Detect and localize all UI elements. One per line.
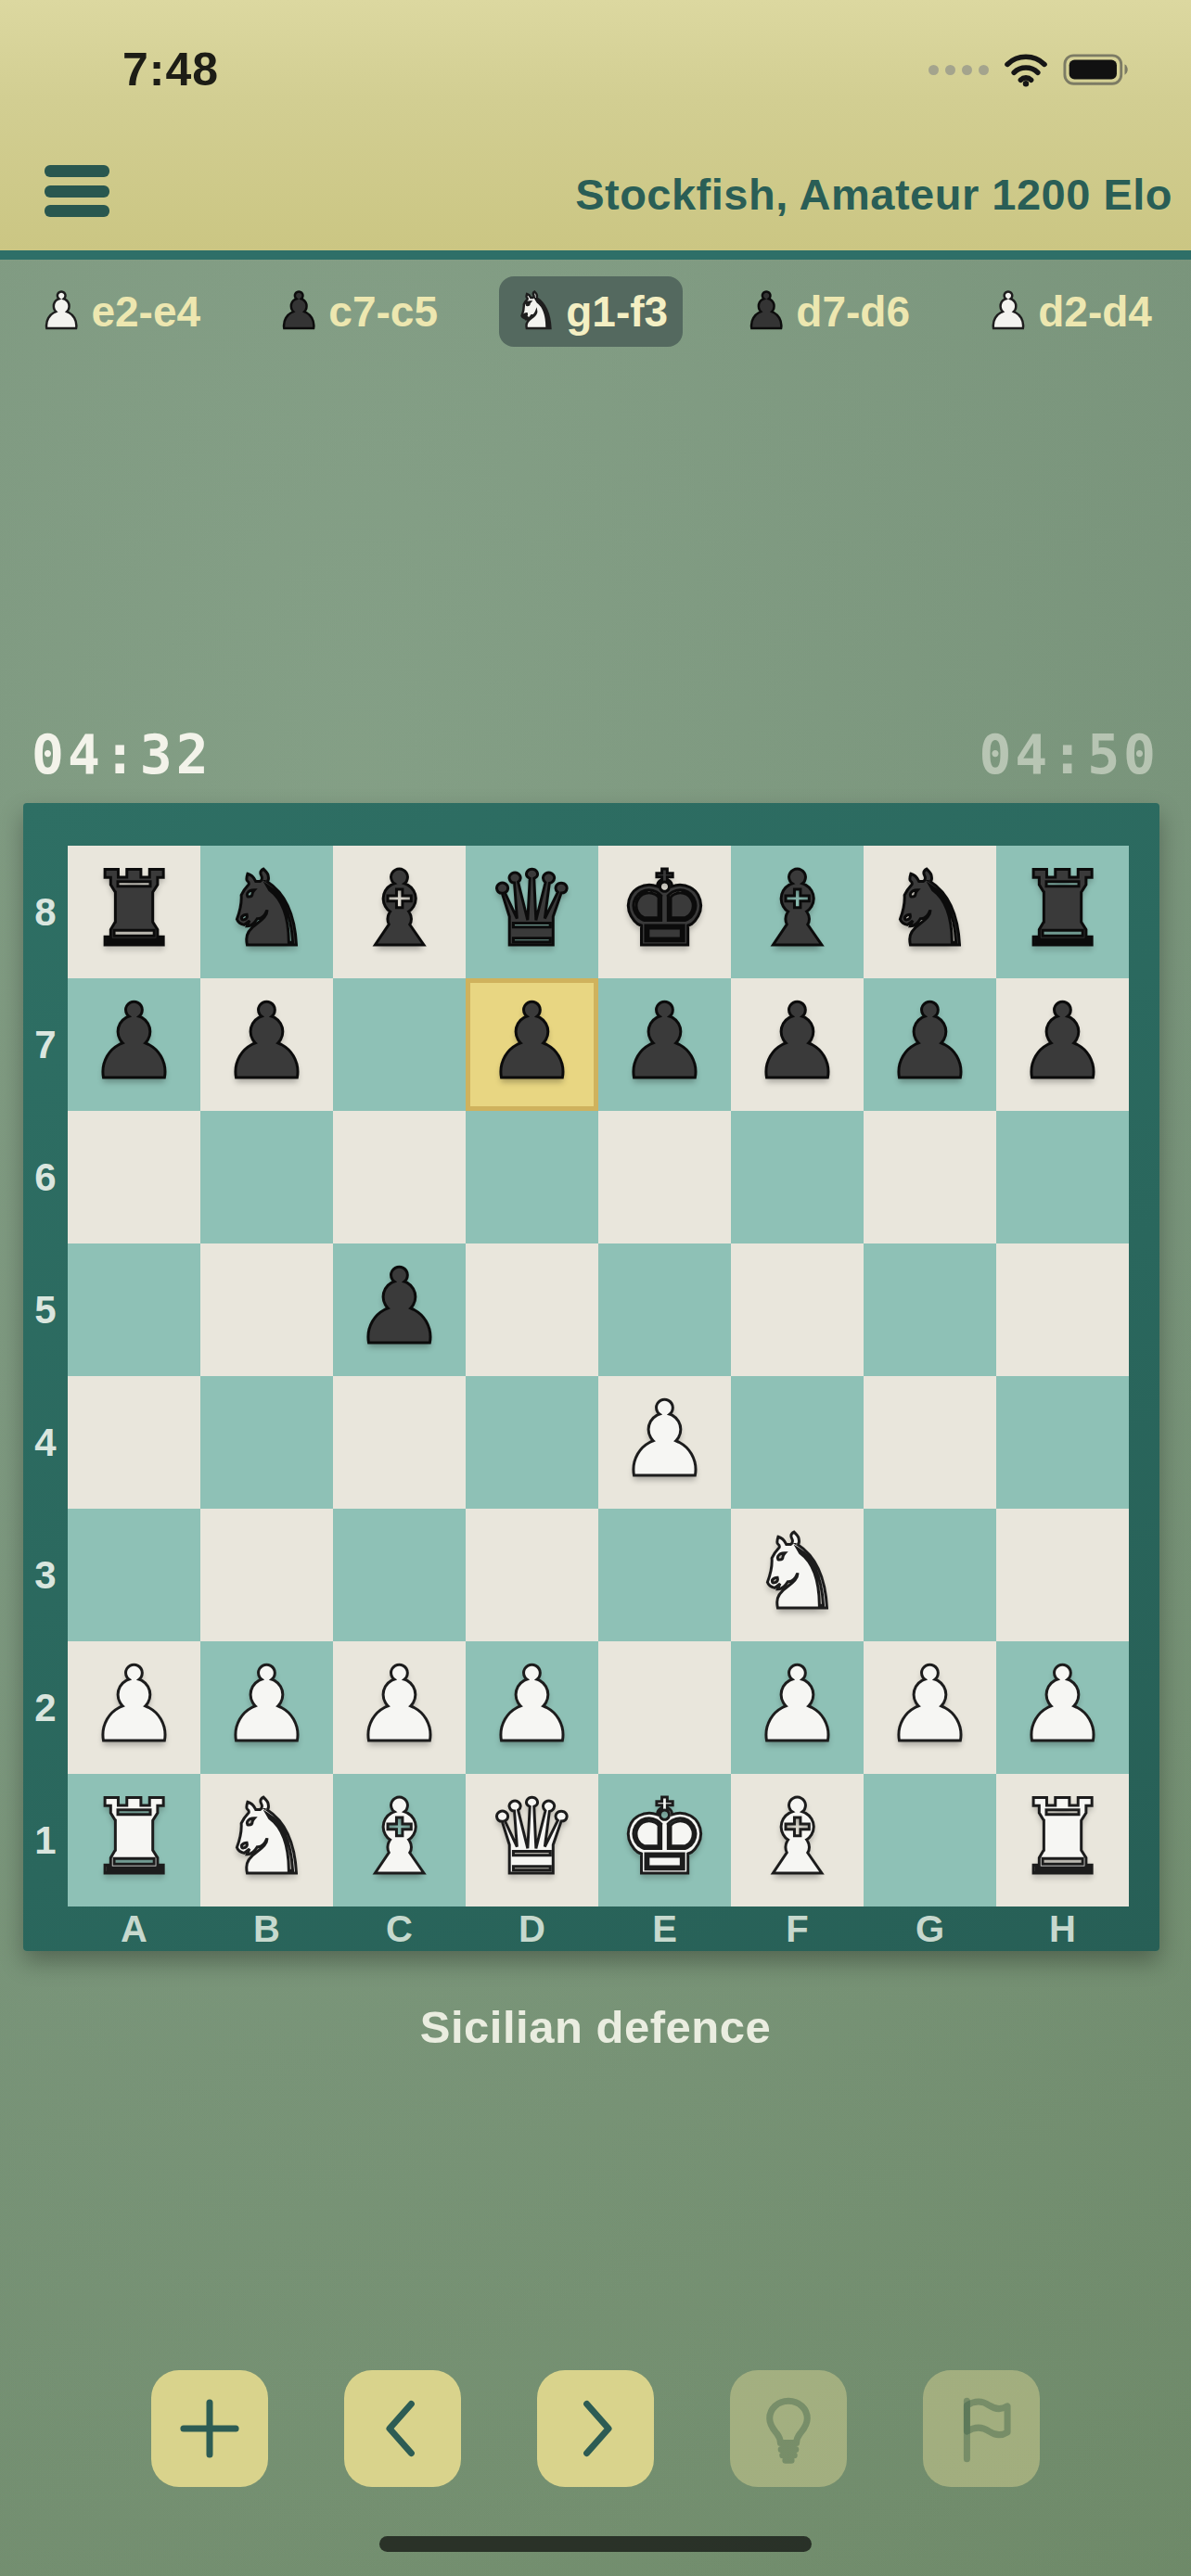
- battery-icon: [1063, 52, 1133, 87]
- move-item-d7-d6[interactable]: ♟d7-d6: [729, 276, 925, 347]
- square-f2[interactable]: ♟: [731, 1641, 864, 1774]
- rank-label-6: 6: [23, 1111, 68, 1243]
- square-e5[interactable]: [598, 1243, 731, 1376]
- player-clock-left: 04:32: [32, 723, 212, 786]
- square-e1[interactable]: ♚: [598, 1774, 731, 1906]
- move-item-e2-e4[interactable]: ♟e2-e4: [24, 276, 215, 347]
- black-pawn-b7: ♟: [220, 989, 313, 1093]
- black-pawn-d7: ♟: [485, 989, 578, 1093]
- square-d5[interactable]: [466, 1243, 598, 1376]
- header: Stockfish, Amateur 1200 Elo: [0, 148, 1191, 234]
- plus-icon: [173, 2392, 246, 2465]
- resign-flag-button[interactable]: [923, 2370, 1040, 2487]
- black-knight-g8: ♞: [883, 857, 976, 961]
- rank-label-2: 2: [23, 1641, 68, 1774]
- white-bishop-c1: ♝: [352, 1785, 445, 1889]
- square-g3[interactable]: [864, 1509, 996, 1641]
- white-pawn-e4: ♟: [618, 1387, 711, 1491]
- move-item-g1-f3[interactable]: ♞g1-f3: [499, 276, 683, 347]
- move-label: g1-f3: [566, 287, 668, 337]
- rank-label-1: 1: [23, 1774, 68, 1906]
- file-label-B: B: [200, 1906, 333, 1951]
- square-e6[interactable]: [598, 1111, 731, 1243]
- square-b2[interactable]: ♟: [200, 1641, 333, 1774]
- square-f8[interactable]: ♝: [731, 846, 864, 978]
- hint-button[interactable]: [730, 2370, 847, 2487]
- square-b7[interactable]: ♟: [200, 978, 333, 1111]
- file-label-A: A: [68, 1906, 200, 1951]
- move-label: c7-c5: [328, 287, 438, 337]
- square-d6[interactable]: [466, 1111, 598, 1243]
- opening-name: Sicilian defence: [0, 2001, 1191, 2053]
- white-pawn-icon: ♟: [986, 284, 1031, 339]
- lightbulb-icon: [752, 2392, 825, 2465]
- chess-board: 87654321 ♜♞♝♛♚♝♞♜♟♟♟♟♟♟♟♟♟♞♟♟♟♟♟♟♟♜♞♝♛♚♝…: [23, 803, 1159, 1951]
- white-bishop-f1: ♝: [750, 1785, 843, 1889]
- chevron-left-icon: [366, 2392, 439, 2465]
- black-pawn-icon: ♟: [276, 284, 321, 339]
- rank-label-5: 5: [23, 1243, 68, 1376]
- square-a8[interactable]: ♜: [68, 846, 200, 978]
- square-g4[interactable]: [864, 1376, 996, 1509]
- black-bishop-c8: ♝: [352, 857, 445, 961]
- square-a2[interactable]: ♟: [68, 1641, 200, 1774]
- file-label-E: E: [598, 1906, 731, 1951]
- white-knight-f3: ♞: [750, 1520, 843, 1624]
- square-e4[interactable]: ♟: [598, 1376, 731, 1509]
- square-d1[interactable]: ♛: [466, 1774, 598, 1906]
- file-label-F: F: [731, 1906, 864, 1951]
- board-grid: ♜♞♝♛♚♝♞♜♟♟♟♟♟♟♟♟♟♞♟♟♟♟♟♟♟♜♞♝♛♚♝♜: [68, 846, 1129, 1906]
- menu-hamburger-button[interactable]: [45, 165, 109, 217]
- rank-labels: 87654321: [23, 846, 68, 1906]
- black-rook-h8: ♜: [1016, 857, 1108, 961]
- top-bar: 7:48 Stockfish, Amateur 1200 Elo: [0, 0, 1191, 250]
- move-label: d2-d4: [1038, 287, 1152, 337]
- black-king-e8: ♚: [618, 857, 711, 961]
- move-list: ♟e2-e4♟c7-c5♞g1-f3♟d7-d6♟d2-d4: [0, 263, 1191, 360]
- square-a1[interactable]: ♜: [68, 1774, 200, 1906]
- forward-button[interactable]: [537, 2370, 654, 2487]
- square-h7[interactable]: ♟: [996, 978, 1129, 1111]
- black-pawn-a7: ♟: [87, 989, 180, 1093]
- square-c1[interactable]: ♝: [333, 1774, 466, 1906]
- white-pawn-icon: ♟: [39, 284, 83, 339]
- square-b8[interactable]: ♞: [200, 846, 333, 978]
- square-d7[interactable]: ♟: [466, 978, 598, 1111]
- white-pawn-h2: ♟: [1016, 1652, 1108, 1756]
- black-pawn-icon: ♟: [744, 284, 788, 339]
- square-c4[interactable]: [333, 1376, 466, 1509]
- file-label-G: G: [864, 1906, 996, 1951]
- square-a4[interactable]: [68, 1376, 200, 1509]
- move-item-c7-c5[interactable]: ♟c7-c5: [262, 276, 453, 347]
- home-indicator[interactable]: [379, 2536, 812, 2552]
- square-c7[interactable]: [333, 978, 466, 1111]
- square-h8[interactable]: ♜: [996, 846, 1129, 978]
- status-icons: [928, 52, 1133, 87]
- square-g8[interactable]: ♞: [864, 846, 996, 978]
- move-label: e2-e4: [91, 287, 200, 337]
- square-b5[interactable]: [200, 1243, 333, 1376]
- white-pawn-d2: ♟: [485, 1652, 578, 1756]
- square-b3[interactable]: [200, 1509, 333, 1641]
- square-h3[interactable]: [996, 1509, 1129, 1641]
- square-c8[interactable]: ♝: [333, 846, 466, 978]
- square-d3[interactable]: [466, 1509, 598, 1641]
- rank-label-3: 3: [23, 1509, 68, 1641]
- white-pawn-a2: ♟: [87, 1652, 180, 1756]
- white-knight-b1: ♞: [220, 1785, 313, 1889]
- black-pawn-h7: ♟: [1016, 989, 1108, 1093]
- square-f4[interactable]: [731, 1376, 864, 1509]
- cellular-signal-icon: [928, 65, 989, 75]
- square-f7[interactable]: ♟: [731, 978, 864, 1111]
- wifi-icon: [1004, 52, 1048, 87]
- rank-label-4: 4: [23, 1376, 68, 1509]
- white-knight-icon: ♞: [514, 284, 558, 339]
- file-label-H: H: [996, 1906, 1129, 1951]
- black-rook-a8: ♜: [87, 857, 180, 961]
- square-b1[interactable]: ♞: [200, 1774, 333, 1906]
- square-g2[interactable]: ♟: [864, 1641, 996, 1774]
- black-knight-b8: ♞: [220, 857, 313, 961]
- white-rook-a1: ♜: [87, 1785, 180, 1889]
- square-d8[interactable]: ♛: [466, 846, 598, 978]
- square-f1[interactable]: ♝: [731, 1774, 864, 1906]
- square-g7[interactable]: ♟: [864, 978, 996, 1111]
- square-a6[interactable]: [68, 1111, 200, 1243]
- black-queen-d8: ♛: [485, 857, 578, 961]
- white-rook-h1: ♜: [1016, 1785, 1108, 1889]
- square-e2[interactable]: [598, 1641, 731, 1774]
- rank-label-8: 8: [23, 846, 68, 978]
- white-pawn-c2: ♟: [352, 1652, 445, 1756]
- square-b4[interactable]: [200, 1376, 333, 1509]
- black-pawn-f7: ♟: [750, 989, 843, 1093]
- black-pawn-e7: ♟: [618, 989, 711, 1093]
- square-b6[interactable]: [200, 1111, 333, 1243]
- square-d4[interactable]: [466, 1376, 598, 1509]
- file-labels: ABCDEFGH: [68, 1906, 1129, 1951]
- square-g6[interactable]: [864, 1111, 996, 1243]
- square-g1[interactable]: [864, 1774, 996, 1906]
- square-h6[interactable]: [996, 1111, 1129, 1243]
- status-time: 7:48: [122, 43, 219, 96]
- square-c3[interactable]: [333, 1509, 466, 1641]
- move-label: d7-d6: [796, 287, 910, 337]
- black-pawn-g7: ♟: [883, 989, 976, 1093]
- square-g5[interactable]: [864, 1243, 996, 1376]
- flag-icon: [945, 2392, 1018, 2465]
- square-c2[interactable]: ♟: [333, 1641, 466, 1774]
- white-queen-d1: ♛: [485, 1785, 578, 1889]
- square-h5[interactable]: [996, 1243, 1129, 1376]
- plus-button[interactable]: [151, 2370, 268, 2487]
- square-h4[interactable]: [996, 1376, 1129, 1509]
- square-c5[interactable]: ♟: [333, 1243, 466, 1376]
- square-e3[interactable]: [598, 1509, 731, 1641]
- square-f5[interactable]: [731, 1243, 864, 1376]
- square-a5[interactable]: [68, 1243, 200, 1376]
- back-button[interactable]: [344, 2370, 461, 2487]
- file-label-D: D: [466, 1906, 598, 1951]
- move-item-d2-d4[interactable]: ♟d2-d4: [971, 276, 1167, 347]
- square-h1[interactable]: ♜: [996, 1774, 1129, 1906]
- white-pawn-b2: ♟: [220, 1652, 313, 1756]
- clocks: 04:32 04:50: [32, 723, 1159, 786]
- square-f3[interactable]: ♞: [731, 1509, 864, 1641]
- opponent-title: Stockfish, Amateur 1200 Elo: [575, 169, 1172, 220]
- black-pawn-c5: ♟: [352, 1255, 445, 1358]
- player-clock-right: 04:50: [979, 723, 1159, 786]
- bottom-controls: [0, 2370, 1191, 2487]
- black-bishop-f8: ♝: [750, 857, 843, 961]
- chevron-right-icon: [559, 2392, 632, 2465]
- square-e8[interactable]: ♚: [598, 846, 731, 978]
- white-pawn-f2: ♟: [750, 1652, 843, 1756]
- square-a3[interactable]: [68, 1509, 200, 1641]
- white-king-e1: ♚: [618, 1785, 711, 1889]
- square-e7[interactable]: ♟: [598, 978, 731, 1111]
- file-label-C: C: [333, 1906, 466, 1951]
- rank-label-7: 7: [23, 978, 68, 1111]
- white-pawn-g2: ♟: [883, 1652, 976, 1756]
- square-c6[interactable]: [333, 1111, 466, 1243]
- square-d2[interactable]: ♟: [466, 1641, 598, 1774]
- header-divider: [0, 250, 1191, 260]
- square-h2[interactable]: ♟: [996, 1641, 1129, 1774]
- square-a7[interactable]: ♟: [68, 978, 200, 1111]
- square-f6[interactable]: [731, 1111, 864, 1243]
